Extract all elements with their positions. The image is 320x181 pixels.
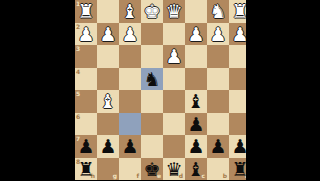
square-h5[interactable]: 5 (75, 90, 97, 113)
square-d8[interactable]: d♛ (163, 158, 185, 181)
white-pawn-f2: ♟ (119, 23, 141, 46)
square-b6[interactable] (207, 113, 229, 136)
white-bishop-g5: ♝ (97, 90, 119, 113)
square-d6[interactable] (163, 113, 185, 136)
square-g8[interactable]: g (97, 158, 119, 181)
black-pawn-f7: ♟ (119, 135, 141, 158)
file-label-c: c (201, 173, 205, 179)
square-c7[interactable]: ♟ (185, 135, 207, 158)
square-b8[interactable]: b (207, 158, 229, 181)
square-g6[interactable] (97, 113, 119, 136)
square-c3[interactable] (185, 45, 207, 68)
square-e7[interactable] (141, 135, 163, 158)
square-c6[interactable]: ♟ (185, 113, 207, 136)
square-g4[interactable] (97, 68, 119, 91)
black-queen-d8: ♛ (163, 158, 185, 181)
video-frame: 1♜♝♚♛♞♜2♟♟♟♟♟♟3♟4♞5♝♝6♟7♟♟♟♟♟♟8h♜gfe♚d♛c… (0, 0, 320, 180)
black-pawn-b7: ♟ (207, 135, 229, 158)
square-e5[interactable] (141, 90, 163, 113)
square-f2[interactable]: ♟ (119, 23, 141, 46)
square-b3[interactable] (207, 45, 229, 68)
rank-label-6: 6 (76, 114, 80, 120)
square-f6[interactable] (119, 113, 141, 136)
black-bishop-c8: ♝ (185, 158, 207, 181)
square-b2[interactable]: ♟ (207, 23, 229, 46)
square-d1[interactable]: ♛ (163, 0, 185, 23)
square-g3[interactable] (97, 45, 119, 68)
white-king-e1: ♚ (141, 0, 163, 23)
square-d2[interactable] (163, 23, 185, 46)
black-pawn-c7: ♟ (185, 135, 207, 158)
square-e4[interactable]: ♞ (141, 68, 163, 91)
file-label-h: h (91, 173, 95, 179)
square-b5[interactable] (207, 90, 229, 113)
rank-label-1: 1 (76, 1, 80, 7)
black-pawn-g7: ♟ (97, 135, 119, 158)
white-pawn-b2: ♟ (207, 23, 229, 46)
square-f8[interactable]: f (119, 158, 141, 181)
square-f1[interactable]: ♝ (119, 0, 141, 23)
black-rook-h8: ♜ (75, 158, 97, 181)
square-g5[interactable]: ♝ (97, 90, 119, 113)
square-f3[interactable] (119, 45, 141, 68)
square-h3[interactable]: 3 (75, 45, 97, 68)
rank-label-7: 7 (76, 136, 80, 142)
file-label-d: d (179, 173, 183, 179)
white-bishop-f1: ♝ (119, 0, 141, 23)
file-label-f: f (136, 173, 139, 179)
letterbox-right (246, 0, 320, 180)
square-e1[interactable]: ♚ (141, 0, 163, 23)
rank-label-4: 4 (76, 69, 80, 75)
square-h2[interactable]: 2♟ (75, 23, 97, 46)
square-f5[interactable] (119, 90, 141, 113)
square-f7[interactable]: ♟ (119, 135, 141, 158)
black-king-e8: ♚ (141, 158, 163, 181)
rank-label-5: 5 (76, 91, 80, 97)
square-e3[interactable] (141, 45, 163, 68)
black-pawn-c6: ♟ (185, 113, 207, 136)
square-c8[interactable]: c♝ (185, 158, 207, 181)
white-pawn-d3: ♟ (163, 45, 185, 68)
square-f4[interactable] (119, 68, 141, 91)
file-label-g: g (113, 173, 117, 179)
square-c2[interactable]: ♟ (185, 23, 207, 46)
square-g1[interactable] (97, 0, 119, 23)
square-c5[interactable]: ♝ (185, 90, 207, 113)
square-h1[interactable]: 1♜ (75, 0, 97, 23)
square-d5[interactable] (163, 90, 185, 113)
square-h8[interactable]: 8h♜ (75, 158, 97, 181)
rank-label-3: 3 (76, 46, 80, 52)
white-queen-d1: ♛ (163, 0, 185, 23)
white-pawn-g2: ♟ (97, 23, 119, 46)
square-e8[interactable]: e♚ (141, 158, 163, 181)
white-pawn-c2: ♟ (185, 23, 207, 46)
file-label-e: e (157, 173, 161, 179)
square-d3[interactable]: ♟ (163, 45, 185, 68)
white-rook-h1: ♜ (75, 0, 97, 23)
square-g7[interactable]: ♟ (97, 135, 119, 158)
square-h6[interactable]: 6 (75, 113, 97, 136)
chess-board: 1♜♝♚♛♞♜2♟♟♟♟♟♟3♟4♞5♝♝6♟7♟♟♟♟♟♟8h♜gfe♚d♛c… (75, 0, 251, 180)
square-e2[interactable] (141, 23, 163, 46)
rank-label-8: 8 (76, 159, 80, 165)
white-pawn-h2: ♟ (75, 23, 97, 46)
black-knight-e4: ♞ (141, 68, 163, 91)
square-b1[interactable]: ♞ (207, 0, 229, 23)
square-d4[interactable] (163, 68, 185, 91)
square-d7[interactable] (163, 135, 185, 158)
square-h7[interactable]: 7♟ (75, 135, 97, 158)
black-pawn-h7: ♟ (75, 135, 97, 158)
square-e6[interactable] (141, 113, 163, 136)
square-b7[interactable]: ♟ (207, 135, 229, 158)
square-c4[interactable] (185, 68, 207, 91)
letterbox-left (0, 0, 75, 180)
square-h4[interactable]: 4 (75, 68, 97, 91)
square-c1[interactable] (185, 0, 207, 23)
square-g2[interactable]: ♟ (97, 23, 119, 46)
black-bishop-c5: ♝ (185, 90, 207, 113)
white-knight-b1: ♞ (207, 0, 229, 23)
file-label-b: b (223, 173, 227, 179)
rank-label-2: 2 (76, 24, 80, 30)
square-b4[interactable] (207, 68, 229, 91)
